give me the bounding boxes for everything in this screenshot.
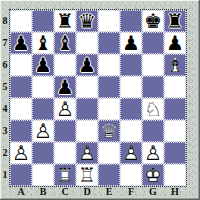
rank-label-5: 5 <box>0 76 10 98</box>
square-f2[interactable]: ♟♙ <box>120 142 142 164</box>
square-a1[interactable] <box>10 164 32 186</box>
square-g3[interactable] <box>142 120 164 142</box>
square-a3[interactable] <box>10 120 32 142</box>
square-e1[interactable] <box>98 164 120 186</box>
file-label-a: A <box>10 186 32 198</box>
piece-white-rook: ♖ <box>54 164 76 186</box>
chess-board: ♜♛♚♜♟♝♝♟♟♟♟♝♗♟♟♙♞♘♟♙♛♕♟♙♟♙♟♙♟♙♜♖♜♖♚♔ <box>10 10 186 186</box>
piece-white-pawn: ♙ <box>54 98 76 120</box>
piece-black-bishop: ♝ <box>32 32 54 54</box>
chess-board-frame: 87654321 ABCDEFGH ♜♛♚♜♟♝♝♟♟♟♟♝♗♟♟♙♞♘♟♙♛♕… <box>0 0 200 200</box>
piece-white-bishop-fill: ♝ <box>164 54 186 76</box>
square-f1[interactable] <box>120 164 142 186</box>
rank-label-2: 2 <box>0 142 10 164</box>
square-d7[interactable] <box>76 32 98 54</box>
square-g5[interactable] <box>142 76 164 98</box>
square-g1[interactable]: ♚♔ <box>142 164 164 186</box>
square-a8[interactable] <box>10 10 32 32</box>
rank-label-1: 1 <box>0 164 10 186</box>
square-e2[interactable] <box>98 142 120 164</box>
square-b7[interactable]: ♝ <box>32 32 54 54</box>
square-d1[interactable]: ♜♖ <box>76 164 98 186</box>
piece-white-pawn: ♙ <box>142 142 164 164</box>
piece-white-pawn-fill: ♟ <box>76 142 98 164</box>
square-f7[interactable]: ♟ <box>120 32 142 54</box>
piece-black-pawn: ♟ <box>54 76 76 98</box>
square-h8[interactable]: ♜ <box>164 10 186 32</box>
piece-black-pawn: ♟ <box>32 54 54 76</box>
rank-label-6: 6 <box>0 54 10 76</box>
rank-labels: 87654321 <box>0 10 10 186</box>
file-label-f: F <box>120 186 142 198</box>
square-c8[interactable]: ♜ <box>54 10 76 32</box>
square-h4[interactable] <box>164 98 186 120</box>
square-c6[interactable] <box>54 54 76 76</box>
piece-black-rook: ♜ <box>54 10 76 32</box>
piece-black-pawn: ♟ <box>76 54 98 76</box>
square-h7[interactable]: ♟ <box>164 32 186 54</box>
square-f4[interactable] <box>120 98 142 120</box>
piece-white-king: ♔ <box>142 164 164 186</box>
square-h3[interactable] <box>164 120 186 142</box>
square-g7[interactable] <box>142 32 164 54</box>
piece-white-pawn: ♙ <box>32 120 54 142</box>
square-e8[interactable] <box>98 10 120 32</box>
file-labels: ABCDEFGH <box>10 186 186 198</box>
piece-white-knight: ♘ <box>142 98 164 120</box>
square-c7[interactable]: ♝ <box>54 32 76 54</box>
file-label-h: H <box>164 186 186 198</box>
square-b8[interactable] <box>32 10 54 32</box>
piece-white-pawn-fill: ♟ <box>142 142 164 164</box>
square-c2[interactable] <box>54 142 76 164</box>
square-g8[interactable]: ♚ <box>142 10 164 32</box>
square-d5[interactable] <box>76 76 98 98</box>
rank-label-3: 3 <box>0 120 10 142</box>
piece-black-rook: ♜ <box>164 10 186 32</box>
piece-black-queen: ♛ <box>76 10 98 32</box>
square-b1[interactable] <box>32 164 54 186</box>
square-g6[interactable] <box>142 54 164 76</box>
square-f6[interactable] <box>120 54 142 76</box>
piece-white-rook-fill: ♜ <box>76 164 98 186</box>
square-b6[interactable]: ♟ <box>32 54 54 76</box>
piece-black-pawn: ♟ <box>120 32 142 54</box>
square-e4[interactable] <box>98 98 120 120</box>
piece-white-pawn-fill: ♟ <box>10 142 32 164</box>
file-label-c: C <box>54 186 76 198</box>
piece-white-pawn: ♙ <box>76 142 98 164</box>
square-d6[interactable]: ♟ <box>76 54 98 76</box>
square-e5[interactable] <box>98 76 120 98</box>
square-f5[interactable] <box>120 76 142 98</box>
piece-white-rook-fill: ♜ <box>54 164 76 186</box>
square-g2[interactable]: ♟♙ <box>142 142 164 164</box>
piece-black-pawn: ♟ <box>164 32 186 54</box>
piece-white-king-fill: ♚ <box>142 164 164 186</box>
piece-white-rook: ♖ <box>76 164 98 186</box>
rank-label-7: 7 <box>0 32 10 54</box>
square-a5[interactable] <box>10 76 32 98</box>
square-h5[interactable] <box>164 76 186 98</box>
square-c3[interactable] <box>54 120 76 142</box>
piece-white-bishop: ♗ <box>164 54 186 76</box>
square-c4[interactable]: ♟♙ <box>54 98 76 120</box>
square-a7[interactable]: ♟ <box>10 32 32 54</box>
square-a2[interactable]: ♟♙ <box>10 142 32 164</box>
rank-label-4: 4 <box>0 98 10 120</box>
piece-white-pawn: ♙ <box>10 142 32 164</box>
piece-black-king: ♚ <box>142 10 164 32</box>
square-a4[interactable] <box>10 98 32 120</box>
square-d3[interactable] <box>76 120 98 142</box>
rank-label-8: 8 <box>0 10 10 32</box>
square-b5[interactable] <box>32 76 54 98</box>
file-label-e: E <box>98 186 120 198</box>
square-a6[interactable] <box>10 54 32 76</box>
square-h2[interactable] <box>164 142 186 164</box>
piece-white-queen: ♕ <box>98 120 120 142</box>
piece-white-queen-fill: ♛ <box>98 120 120 142</box>
piece-black-pawn: ♟ <box>10 32 32 54</box>
piece-white-knight-fill: ♞ <box>142 98 164 120</box>
piece-white-pawn-fill: ♟ <box>32 120 54 142</box>
square-b4[interactable] <box>32 98 54 120</box>
square-h6[interactable]: ♝♗ <box>164 54 186 76</box>
square-e6[interactable] <box>98 54 120 76</box>
piece-white-pawn-fill: ♟ <box>120 142 142 164</box>
piece-black-bishop: ♝ <box>54 32 76 54</box>
square-f3[interactable] <box>120 120 142 142</box>
square-d8[interactable]: ♛ <box>76 10 98 32</box>
file-label-g: G <box>142 186 164 198</box>
file-label-b: B <box>32 186 54 198</box>
square-c1[interactable]: ♜♖ <box>54 164 76 186</box>
square-b2[interactable] <box>32 142 54 164</box>
piece-white-pawn: ♙ <box>120 142 142 164</box>
square-c5[interactable]: ♟ <box>54 76 76 98</box>
square-d4[interactable] <box>76 98 98 120</box>
file-label-d: D <box>76 186 98 198</box>
square-e7[interactable] <box>98 32 120 54</box>
square-h1[interactable] <box>164 164 186 186</box>
square-d2[interactable]: ♟♙ <box>76 142 98 164</box>
square-g4[interactable]: ♞♘ <box>142 98 164 120</box>
piece-white-pawn-fill: ♟ <box>54 98 76 120</box>
square-b3[interactable]: ♟♙ <box>32 120 54 142</box>
square-e3[interactable]: ♛♕ <box>98 120 120 142</box>
square-f8[interactable] <box>120 10 142 32</box>
